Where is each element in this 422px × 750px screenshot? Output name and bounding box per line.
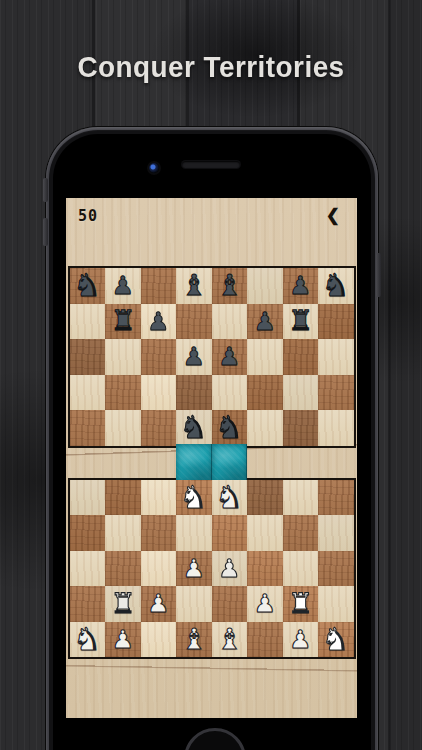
white-pawn[interactable]: ♟ bbox=[212, 551, 248, 587]
top-square-d1[interactable]: ♝ bbox=[176, 268, 212, 304]
white-bishop[interactable]: ♝ bbox=[176, 622, 212, 658]
black-knight[interactable]: ♞ bbox=[212, 410, 248, 446]
bottom-square-g3[interactable] bbox=[283, 551, 319, 587]
top-square-f5[interactable] bbox=[247, 410, 283, 446]
phone-face: 50 ❮ ♞♟♝♝♟♞♜♟♟♜♟♟♞♞ ♞♞♟♟♜♟♟♜♞♟♝♝♟♞ bbox=[53, 134, 371, 750]
top-square-b4[interactable] bbox=[105, 375, 141, 411]
top-square-f4[interactable] bbox=[247, 375, 283, 411]
phone-mockup: 50 ❮ ♞♟♝♝♟♞♜♟♟♜♟♟♞♞ ♞♞♟♟♜♟♟♜♞♟♝♝♟♞ bbox=[46, 127, 378, 750]
power-button bbox=[376, 253, 381, 297]
bottom-square-h3[interactable] bbox=[318, 551, 354, 587]
white-territory-board: ♞♞♟♟♜♟♟♜♞♟♝♝♟♞ bbox=[68, 478, 356, 660]
white-knight[interactable]: ♞ bbox=[70, 622, 106, 658]
black-territory-board: ♞♟♝♝♟♞♜♟♟♜♟♟♞♞ bbox=[68, 266, 356, 448]
top-square-e4[interactable] bbox=[212, 375, 248, 411]
top-square-c1[interactable] bbox=[141, 268, 177, 304]
home-button bbox=[184, 728, 246, 750]
black-pawn[interactable]: ♟ bbox=[247, 304, 283, 340]
white-pawn[interactable]: ♟ bbox=[141, 586, 177, 622]
top-bar: 50 ❮ bbox=[66, 198, 357, 266]
bottom-square-h5[interactable]: ♞ bbox=[318, 622, 354, 658]
top-square-c2[interactable]: ♟ bbox=[141, 304, 177, 340]
top-square-c3[interactable] bbox=[141, 339, 177, 375]
black-knight[interactable]: ♞ bbox=[318, 268, 354, 304]
top-square-a1[interactable]: ♞ bbox=[70, 268, 106, 304]
bottom-square-b5[interactable]: ♟ bbox=[105, 622, 141, 658]
white-rook[interactable]: ♜ bbox=[283, 586, 319, 622]
white-pawn[interactable]: ♟ bbox=[105, 622, 141, 658]
bottom-square-c1[interactable] bbox=[141, 480, 177, 516]
bottom-square-h2[interactable] bbox=[318, 515, 354, 551]
top-square-e1[interactable]: ♝ bbox=[212, 268, 248, 304]
bottom-square-e1[interactable]: ♞ bbox=[212, 480, 248, 516]
white-knight[interactable]: ♞ bbox=[176, 480, 212, 516]
top-square-h1[interactable]: ♞ bbox=[318, 268, 354, 304]
score-label: 50 bbox=[78, 207, 98, 225]
black-pawn[interactable]: ♟ bbox=[283, 268, 319, 304]
bottom-square-e4[interactable] bbox=[212, 586, 248, 622]
top-square-b1[interactable]: ♟ bbox=[105, 268, 141, 304]
bottom-square-a2[interactable] bbox=[70, 515, 106, 551]
top-square-h4[interactable] bbox=[318, 375, 354, 411]
white-bishop[interactable]: ♝ bbox=[212, 622, 248, 658]
bottom-square-b4[interactable]: ♜ bbox=[105, 586, 141, 622]
bottom-square-f1[interactable] bbox=[247, 480, 283, 516]
bottom-square-a3[interactable] bbox=[70, 551, 106, 587]
top-square-h5[interactable] bbox=[318, 410, 354, 446]
bottom-square-f4[interactable]: ♟ bbox=[247, 586, 283, 622]
bottom-square-e3[interactable]: ♟ bbox=[212, 551, 248, 587]
bottom-square-h4[interactable] bbox=[318, 586, 354, 622]
page-title: Conquer Territories bbox=[15, 50, 407, 84]
front-camera-icon bbox=[149, 163, 159, 173]
top-square-d4[interactable] bbox=[176, 375, 212, 411]
top-square-f2[interactable]: ♟ bbox=[247, 304, 283, 340]
bottom-square-d1[interactable]: ♞ bbox=[176, 480, 212, 516]
game-screen: 50 ❮ ♞♟♝♝♟♞♜♟♟♜♟♟♞♞ ♞♞♟♟♜♟♟♜♞♟♝♝♟♞ bbox=[66, 198, 357, 718]
top-square-a2[interactable] bbox=[70, 304, 106, 340]
top-square-g2[interactable]: ♜ bbox=[283, 304, 319, 340]
bottom-square-a5[interactable]: ♞ bbox=[70, 622, 106, 658]
bottom-square-c5[interactable] bbox=[141, 622, 177, 658]
top-square-b5[interactable] bbox=[105, 410, 141, 446]
bottom-square-b2[interactable] bbox=[105, 515, 141, 551]
top-square-g5[interactable] bbox=[283, 410, 319, 446]
top-square-a3[interactable] bbox=[70, 339, 106, 375]
black-knight[interactable]: ♞ bbox=[176, 410, 212, 446]
white-knight[interactable]: ♞ bbox=[318, 622, 354, 658]
top-square-a4[interactable] bbox=[70, 375, 106, 411]
top-square-d2[interactable] bbox=[176, 304, 212, 340]
top-square-f1[interactable] bbox=[247, 268, 283, 304]
top-square-e5[interactable]: ♞ bbox=[212, 410, 248, 446]
bottom-square-b1[interactable] bbox=[105, 480, 141, 516]
white-pawn[interactable]: ♟ bbox=[247, 586, 283, 622]
white-pawn[interactable]: ♟ bbox=[283, 622, 319, 658]
earpiece-speaker bbox=[182, 161, 240, 168]
black-pawn[interactable]: ♟ bbox=[105, 268, 141, 304]
volume-up-button bbox=[43, 178, 48, 202]
black-rook[interactable]: ♜ bbox=[283, 304, 319, 340]
white-knight[interactable]: ♞ bbox=[212, 480, 248, 516]
bridge-band bbox=[68, 448, 356, 478]
bottom-square-e5[interactable]: ♝ bbox=[212, 622, 248, 658]
black-knight[interactable]: ♞ bbox=[70, 268, 106, 304]
white-pawn[interactable]: ♟ bbox=[176, 551, 212, 587]
top-square-d3[interactable]: ♟ bbox=[176, 339, 212, 375]
top-square-e2[interactable] bbox=[212, 304, 248, 340]
white-rook[interactable]: ♜ bbox=[105, 586, 141, 622]
bottom-square-c2[interactable] bbox=[141, 515, 177, 551]
top-square-b2[interactable]: ♜ bbox=[105, 304, 141, 340]
bottom-square-e2[interactable] bbox=[212, 515, 248, 551]
bottom-square-a1[interactable] bbox=[70, 480, 106, 516]
top-square-e3[interactable]: ♟ bbox=[212, 339, 248, 375]
bottom-square-f2[interactable] bbox=[247, 515, 283, 551]
top-square-d5[interactable]: ♞ bbox=[176, 410, 212, 446]
black-rook[interactable]: ♜ bbox=[105, 304, 141, 340]
bottom-square-h1[interactable] bbox=[318, 480, 354, 516]
bottom-square-d3[interactable]: ♟ bbox=[176, 551, 212, 587]
bottom-square-b3[interactable] bbox=[105, 551, 141, 587]
bottom-square-a4[interactable] bbox=[70, 586, 106, 622]
top-square-h2[interactable] bbox=[318, 304, 354, 340]
bottom-square-g2[interactable] bbox=[283, 515, 319, 551]
top-square-h3[interactable] bbox=[318, 339, 354, 375]
black-bishop[interactable]: ♝ bbox=[212, 268, 248, 304]
bottom-square-c3[interactable] bbox=[141, 551, 177, 587]
bottom-square-d4[interactable] bbox=[176, 586, 212, 622]
bottom-square-g5[interactable]: ♟ bbox=[283, 622, 319, 658]
black-pawn[interactable]: ♟ bbox=[212, 339, 248, 375]
bridge-square-e[interactable] bbox=[212, 444, 248, 482]
top-square-c5[interactable] bbox=[141, 410, 177, 446]
volume-down-button bbox=[43, 218, 48, 246]
top-square-g1[interactable]: ♟ bbox=[283, 268, 319, 304]
bottom-square-c4[interactable]: ♟ bbox=[141, 586, 177, 622]
bottom-square-f3[interactable] bbox=[247, 551, 283, 587]
top-square-b3[interactable] bbox=[105, 339, 141, 375]
back-chevron-icon[interactable]: ❮ bbox=[326, 205, 340, 226]
top-square-c4[interactable] bbox=[141, 375, 177, 411]
bottom-square-f5[interactable] bbox=[247, 622, 283, 658]
top-square-a5[interactable] bbox=[70, 410, 106, 446]
bottom-square-d2[interactable] bbox=[176, 515, 212, 551]
black-pawn[interactable]: ♟ bbox=[176, 339, 212, 375]
top-square-g4[interactable] bbox=[283, 375, 319, 411]
top-square-f3[interactable] bbox=[247, 339, 283, 375]
black-pawn[interactable]: ♟ bbox=[141, 304, 177, 340]
bottom-square-g4[interactable]: ♜ bbox=[283, 586, 319, 622]
app-store-screenshot: Conquer Territories 50 ❮ ♞♟♝♝♟♞♜♟♟♜♟♟♞♞ … bbox=[0, 0, 422, 750]
black-bishop[interactable]: ♝ bbox=[176, 268, 212, 304]
top-square-g3[interactable] bbox=[283, 339, 319, 375]
bridge-square-d[interactable] bbox=[176, 444, 212, 482]
bottom-square-g1[interactable] bbox=[283, 480, 319, 516]
bottom-square-d5[interactable]: ♝ bbox=[176, 622, 212, 658]
